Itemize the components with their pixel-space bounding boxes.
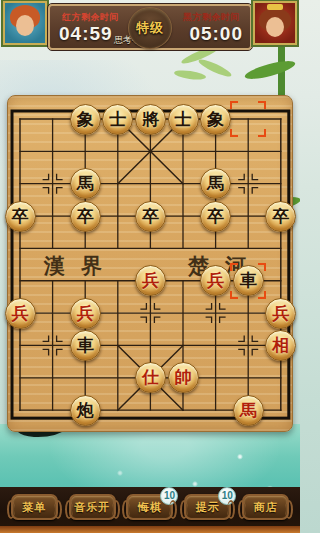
piece-車-black[interactable]: 車	[70, 330, 101, 361]
piece-象-black[interactable]: 象	[70, 104, 101, 135]
black-player-avatar[interactable]	[253, 1, 297, 45]
piece-士-black[interactable]: 士	[102, 104, 133, 135]
sand-strip	[0, 526, 300, 533]
black-timer: 05:00	[189, 23, 243, 45]
hint-button[interactable]: 提示 10	[184, 494, 231, 520]
piece-將-black[interactable]: 將	[135, 104, 166, 135]
hint-count-badge: 10	[218, 487, 236, 505]
piece-馬-black[interactable]: 馬	[200, 168, 231, 199]
piece-卒-black[interactable]: 卒	[70, 201, 101, 232]
piece-仕-red[interactable]: 仕	[135, 362, 166, 393]
level-medallion: 特级	[128, 7, 172, 49]
river-text-left: 漢界	[44, 252, 118, 280]
music-toggle-button[interactable]: 音乐开	[69, 494, 116, 520]
black-player-portrait	[255, 3, 295, 43]
timer-panel: 红方剩余时间 黑方剩余时间 04:59 思考中... 05:00 特级	[48, 4, 252, 50]
piece-兵-red[interactable]: 兵	[200, 265, 231, 296]
piece-象-black[interactable]: 象	[200, 104, 231, 135]
menu-button-label: 菜单	[22, 500, 46, 515]
piece-馬-black[interactable]: 馬	[70, 168, 101, 199]
crown-icon	[267, 4, 283, 10]
red-timer: 04:59	[59, 23, 113, 45]
piece-卒-black[interactable]: 卒	[5, 201, 36, 232]
xiangqi-board[interactable]: 漢界 楚河 象士將士象馬馬卒卒卒卒卒兵兵車兵兵兵車相仕帥炮馬	[7, 95, 293, 432]
red-player-avatar[interactable]	[3, 1, 47, 45]
piece-士-black[interactable]: 士	[168, 104, 199, 135]
menu-button[interactable]: 菜单	[11, 494, 58, 520]
undo-count-badge: 10	[160, 487, 178, 505]
piece-卒-black[interactable]: 卒	[135, 201, 166, 232]
piece-帥-red[interactable]: 帥	[168, 362, 199, 393]
piece-卒-black[interactable]: 卒	[265, 201, 296, 232]
hint-button-label: 提示	[196, 500, 220, 515]
level-badge-text: 特级	[136, 19, 164, 37]
shop-button-label: 商店	[254, 500, 278, 515]
piece-炮-black[interactable]: 炮	[70, 395, 101, 426]
piece-兵-red[interactable]: 兵	[135, 265, 166, 296]
piece-兵-red[interactable]: 兵	[265, 298, 296, 329]
bottom-toolbar: 菜单 音乐开 悔棋 10 提示 10 商店	[0, 487, 300, 527]
piece-兵-red[interactable]: 兵	[5, 298, 36, 329]
shop-button[interactable]: 商店	[242, 494, 289, 520]
undo-button-label: 悔棋	[138, 500, 162, 515]
music-button-label: 音乐开	[74, 500, 110, 515]
piece-相-red[interactable]: 相	[265, 330, 296, 361]
header: 红方剩余时间 黑方剩余时间 04:59 思考中... 05:00 特级	[0, 0, 300, 56]
piece-卒-black[interactable]: 卒	[200, 201, 231, 232]
piece-馬-red[interactable]: 馬	[233, 395, 264, 426]
undo-button[interactable]: 悔棋 10	[126, 494, 173, 520]
red-player-portrait	[5, 3, 45, 43]
piece-車-black[interactable]: 車	[233, 265, 264, 296]
piece-兵-red[interactable]: 兵	[70, 298, 101, 329]
